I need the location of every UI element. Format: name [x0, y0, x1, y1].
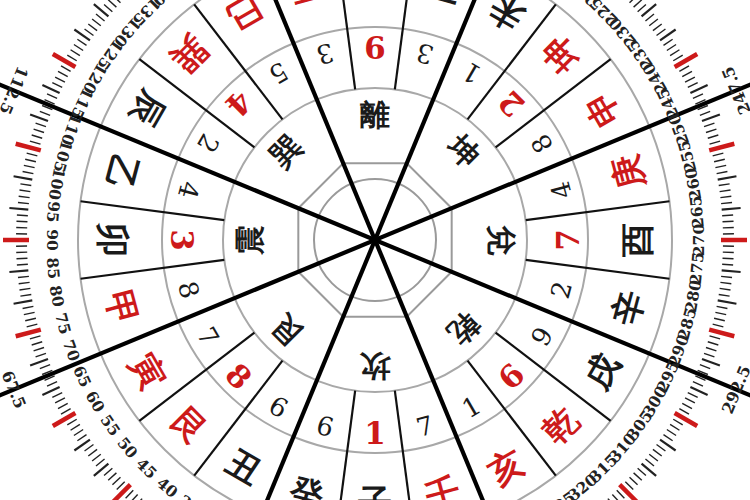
cell-divider-line [336, 391, 355, 500]
degree-tick [58, 71, 68, 76]
loshu-number: 1 [364, 415, 386, 451]
mountain-label: 乾 [534, 399, 586, 451]
sector-number: 6 [264, 390, 293, 424]
degree-tick [17, 215, 28, 216]
degree-tick-red [709, 330, 734, 337]
degree-tick [14, 176, 33, 179]
mountain-label: 辛 [604, 286, 652, 330]
degree-tick [24, 165, 35, 167]
degree-tick [96, 459, 105, 466]
degree-tick [52, 393, 62, 398]
degree-tick [24, 312, 35, 314]
loshu-number: 9 [364, 29, 386, 65]
sector-number: 8 [172, 278, 205, 302]
boundary-degree-label: 292.5 [718, 363, 750, 417]
boundary-degree-label: 247.5 [718, 64, 750, 118]
degree-tick [14, 300, 33, 303]
degree-tick [722, 270, 741, 272]
degree-tick [55, 77, 65, 82]
boundary-degree-label: 67.5 [0, 368, 30, 411]
degree-tick [693, 94, 703, 98]
degree-tick [17, 264, 28, 265]
mountain-label: 巽 [164, 29, 216, 81]
degree-tick [704, 123, 714, 127]
degree-tick [657, 29, 666, 35]
degree-tick [58, 403, 68, 408]
degree-tick [718, 176, 737, 179]
cell-divider-line [395, 0, 414, 89]
degree-tick [722, 208, 741, 210]
degree-tick [634, 0, 642, 7]
degree-tick [702, 359, 720, 366]
loshu-number: 7 [550, 229, 586, 251]
degree-tick [638, 4, 646, 11]
degree-label: 35 [175, 491, 204, 500]
degree-tick [42, 85, 59, 93]
degree-tick [96, 14, 105, 21]
degree-tick [720, 282, 731, 283]
degree-tick [718, 300, 737, 303]
degree-tick [23, 172, 34, 174]
degree-tick [638, 468, 646, 475]
degree-tick [67, 55, 76, 61]
degree-tick [130, 495, 138, 500]
mountain-label: 丙 [286, 0, 330, 11]
trigram-label: 巽 [262, 128, 309, 175]
degree-tick [34, 348, 44, 351]
degree-tick [117, 482, 125, 490]
degree-tick [690, 85, 707, 93]
sector-number: 6 [313, 410, 337, 443]
degree-tick [723, 258, 734, 259]
degree-tick [61, 66, 71, 71]
degree-tick [625, 482, 633, 490]
degree-tick-red [53, 54, 76, 67]
mountain-label: 壬 [420, 469, 464, 500]
trigram-label: 艮 [263, 306, 309, 352]
degree-tick [721, 202, 732, 203]
trigram-label: 乾 [441, 306, 487, 352]
degree-tick [719, 294, 730, 296]
degree-tick [713, 153, 724, 156]
degree-tick [702, 114, 720, 121]
degree-tick [36, 123, 46, 127]
degree-tick [700, 111, 710, 115]
degree-tick [717, 306, 728, 308]
mountain-label: 子 [358, 482, 392, 500]
mountain-label: 卯 [93, 222, 133, 257]
degree-tick [77, 435, 86, 441]
degree-tick [630, 477, 638, 485]
degree-tick [16, 221, 27, 222]
degree-tick [104, 468, 112, 475]
degree-tick [47, 382, 57, 386]
degree-tick [708, 135, 719, 138]
degree-label: 80 [46, 284, 68, 309]
degree-tick [108, 473, 116, 480]
degree-tick [16, 258, 27, 259]
degree-tick [714, 318, 725, 320]
degree-label: 85 [43, 257, 64, 280]
mountain-label: 未 [481, 0, 531, 39]
trigram-label: 坎 [359, 349, 392, 384]
degree-tick [42, 387, 59, 395]
degree-tick-red [709, 144, 734, 151]
mountain-label: 癸 [285, 469, 329, 500]
degree-label: 40 [153, 473, 182, 500]
degree-tick [664, 435, 673, 441]
degree-tick [649, 454, 658, 461]
degree-tick [700, 365, 710, 369]
degree-tick [653, 24, 662, 31]
degree-tick [720, 196, 731, 197]
degree-tick-red [675, 413, 698, 426]
degree-tick [715, 165, 726, 167]
degree-tick [108, 0, 116, 7]
degree-tick [723, 221, 734, 222]
degree-tick [20, 184, 31, 186]
degree-tick [77, 39, 86, 45]
degree-tick-red [53, 413, 76, 426]
degree-tick [685, 398, 695, 403]
degree-tick [630, 0, 638, 3]
degree-tick [19, 196, 30, 197]
cell-divider-line [526, 260, 670, 279]
degree-tick [706, 129, 716, 132]
degree-tick [32, 342, 43, 345]
sector-number: 9 [525, 322, 559, 351]
degree-tick [126, 490, 134, 498]
mountain-label: 亥 [480, 441, 530, 493]
degree-tick [30, 359, 48, 366]
degree-tick [34, 129, 44, 132]
degree-tick [71, 424, 80, 430]
degree-tick [32, 135, 43, 138]
degree-tick [719, 184, 730, 186]
mountain-label: 酉 [617, 223, 657, 258]
cell-divider-line [526, 201, 670, 220]
degree-tick-red [620, 485, 638, 500]
degree-tick [52, 83, 62, 88]
degree-tick [112, 0, 120, 3]
degree-tick [104, 4, 112, 11]
degree-label: 45 [132, 454, 161, 483]
degree-tick [693, 382, 703, 386]
degree-label: 60 [82, 387, 109, 415]
degree-tick [704, 353, 714, 357]
mountain-label: 申 [576, 84, 628, 133]
degree-tick [19, 190, 30, 192]
cell-divider-line [336, 0, 355, 89]
degree-tick [88, 24, 97, 31]
degree-tick [722, 215, 733, 216]
trigram-label: 震 [232, 225, 267, 256]
degree-tick [19, 288, 30, 290]
degree-tick [645, 14, 654, 21]
mountain-label: 庚 [604, 151, 652, 195]
luopan-compass: 5101520253035404550556065707580859095100… [0, 0, 750, 500]
sector-number: 5 [264, 56, 293, 90]
degree-tick [653, 449, 662, 456]
degree-tick [112, 477, 120, 485]
sector-number: 3 [313, 37, 337, 70]
degree-tick [19, 282, 30, 283]
degree-tick [710, 141, 721, 144]
degree-tick [9, 270, 28, 272]
trigram-label: 兌 [484, 225, 519, 256]
degree-tick [612, 495, 620, 500]
degree-tick [670, 50, 679, 56]
degree-tick [688, 393, 698, 398]
cell-divider-line [81, 260, 225, 279]
degree-label: 90 [43, 229, 62, 251]
degree-tick [88, 449, 97, 456]
degree-tick [664, 39, 673, 45]
degree-tick [710, 336, 721, 339]
degree-tick-red [112, 485, 130, 500]
degree-tick [679, 66, 689, 71]
mountain-label: 艮 [164, 399, 216, 451]
degree-tick [617, 490, 625, 498]
degree-tick [85, 445, 94, 451]
degree-tick [685, 77, 695, 82]
degree-label: 270 [689, 224, 708, 257]
degree-tick [673, 55, 682, 61]
degree-tick [720, 288, 731, 290]
cell-divider-line [81, 201, 225, 220]
sector-number: 4 [172, 178, 205, 202]
sector-number: 1 [457, 390, 486, 424]
degree-tick [92, 454, 101, 461]
degree-tick [688, 83, 698, 88]
sector-number: 4 [545, 178, 578, 202]
degree-tick [40, 111, 50, 115]
degree-tick [20, 294, 31, 296]
degree-tick [679, 409, 689, 414]
sector-number: 2 [545, 278, 578, 302]
degree-tick-red [16, 144, 41, 151]
degree-tick [74, 44, 83, 50]
degree-tick [25, 318, 36, 320]
degree-tick [667, 430, 676, 436]
trigram-label: 坤 [440, 127, 487, 174]
degree-tick [40, 365, 50, 369]
degree-label: 75 [51, 311, 75, 337]
loshu-number: 3 [164, 229, 200, 251]
degree-tick [721, 276, 732, 277]
degree-tick [27, 153, 38, 156]
sector-number: 2 [191, 129, 225, 158]
degree-tick [690, 387, 707, 395]
mountain-label: 寅 [122, 346, 174, 395]
degree-tick [706, 348, 716, 351]
mountain-label: 辰 [122, 83, 174, 133]
degree-tick [30, 141, 41, 144]
degree-tick [673, 419, 682, 425]
sector-number: 1 [457, 56, 486, 90]
mountain-label: 戌 [576, 346, 628, 396]
luopan-compass-svg: 5101520253035404550556065707580859095100… [0, 0, 750, 500]
sector-number: 3 [413, 37, 437, 70]
degree-tick [36, 353, 46, 357]
degree-tick [67, 419, 76, 425]
degree-tick [634, 473, 642, 480]
degree-tick [9, 208, 28, 210]
degree-tick-red [675, 54, 698, 67]
degree-tick [720, 190, 731, 192]
degree-tick [682, 403, 692, 408]
mountain-label: 乙 [98, 151, 145, 194]
degree-tick [55, 398, 65, 403]
degree-label: 95 [43, 200, 64, 223]
cell-divider-line [395, 391, 414, 500]
degree-label: 55 [96, 411, 124, 440]
degree-tick [25, 159, 36, 161]
degree-tick [722, 264, 733, 265]
degree-tick [74, 430, 83, 436]
degree-tick [30, 336, 41, 339]
trigram-label: 離 [359, 97, 390, 132]
degree-tick [657, 445, 666, 451]
degree-tick [85, 29, 94, 35]
mountain-label: 丑 [219, 441, 268, 493]
degree-tick [61, 409, 71, 414]
degree-tick [47, 94, 57, 98]
degree-tick [717, 172, 728, 174]
boundary-degree-label: 112.5 [0, 64, 32, 118]
sector-number: 8 [525, 129, 559, 158]
mountain-label: 坤 [534, 29, 588, 83]
degree-tick [667, 44, 676, 50]
degree-tick [18, 276, 29, 277]
mountain-label: 甲 [98, 286, 145, 329]
degree-tick [714, 159, 725, 161]
degree-tick [30, 114, 48, 121]
degree-tick [713, 324, 724, 327]
degree-tick [645, 459, 654, 466]
mountain-label: 巳 [219, 0, 268, 39]
degree-tick-red [16, 330, 41, 337]
degree-tick [71, 50, 80, 56]
degree-label: 265 [686, 195, 708, 229]
degree-tick [18, 202, 29, 203]
degree-tick [682, 71, 692, 76]
degree-tick [670, 424, 679, 430]
sector-number: 7 [413, 410, 437, 443]
degree-label: 50 [113, 433, 142, 462]
degree-tick [23, 306, 34, 308]
sector-number: 7 [191, 322, 225, 351]
degree-tick [708, 342, 719, 345]
degree-tick [27, 324, 38, 327]
degree-tick [92, 19, 101, 26]
degree-tick [715, 312, 726, 314]
degree-tick [649, 19, 658, 26]
mountain-label: 丁 [421, 0, 464, 11]
